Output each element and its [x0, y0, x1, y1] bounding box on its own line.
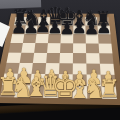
- square-h4[interactable]: [99, 53, 113, 63]
- square-h5[interactable]: [99, 44, 113, 54]
- square-d8[interactable]: [49, 17, 61, 25]
- square-f2[interactable]: [73, 74, 87, 86]
- square-e2[interactable]: [58, 74, 72, 86]
- square-f1[interactable]: [72, 86, 87, 99]
- square-c6[interactable]: [35, 34, 48, 43]
- square-c5[interactable]: [34, 43, 48, 53]
- square-d4[interactable]: [46, 53, 60, 63]
- square-f7[interactable]: [73, 26, 85, 35]
- square-c2[interactable]: [30, 74, 45, 86]
- square-h8[interactable]: [97, 17, 110, 25]
- square-d1[interactable]: [43, 86, 58, 99]
- square-e8[interactable]: [61, 17, 73, 25]
- chess-board: [0, 17, 117, 99]
- square-d3[interactable]: [45, 63, 59, 74]
- square-g1[interactable]: [87, 86, 102, 99]
- square-g8[interactable]: [85, 17, 97, 25]
- photo-stage: ♜♞♝♛♚♝♞♜♟♟♟♟♟♟♟♟♟♟♟♟♟♟♟♟♜♞♝♛♚♝♞♜: [0, 0, 120, 120]
- square-h3[interactable]: [100, 64, 115, 75]
- square-f3[interactable]: [73, 63, 87, 74]
- square-g7[interactable]: [85, 26, 98, 35]
- square-c8[interactable]: [38, 17, 51, 25]
- square-e1[interactable]: [58, 86, 73, 99]
- square-d2[interactable]: [44, 74, 59, 86]
- square-g3[interactable]: [86, 64, 100, 75]
- square-h1[interactable]: [101, 86, 117, 99]
- square-c3[interactable]: [32, 63, 47, 74]
- square-h7[interactable]: [97, 26, 110, 35]
- square-f6[interactable]: [73, 34, 86, 43]
- square-e4[interactable]: [59, 53, 73, 63]
- square-f4[interactable]: [73, 53, 86, 63]
- square-e7[interactable]: [61, 25, 73, 34]
- square-f8[interactable]: [73, 17, 85, 25]
- square-c7[interactable]: [36, 25, 49, 34]
- square-e3[interactable]: [59, 63, 73, 74]
- square-h6[interactable]: [98, 34, 111, 43]
- square-d5[interactable]: [47, 43, 60, 53]
- square-g6[interactable]: [86, 34, 99, 43]
- square-d7[interactable]: [49, 25, 62, 34]
- square-f5[interactable]: [73, 43, 86, 53]
- board-frame: [0, 14, 120, 106]
- square-d6[interactable]: [48, 34, 61, 43]
- square-e6[interactable]: [60, 34, 73, 43]
- square-c1[interactable]: [29, 85, 45, 97]
- square-g4[interactable]: [86, 53, 100, 63]
- square-g2[interactable]: [87, 74, 102, 86]
- square-c4[interactable]: [33, 53, 47, 63]
- monitor-edge: [0, 0, 41, 9]
- square-e5[interactable]: [60, 43, 73, 53]
- square-h2[interactable]: [101, 75, 116, 87]
- square-g5[interactable]: [86, 43, 99, 53]
